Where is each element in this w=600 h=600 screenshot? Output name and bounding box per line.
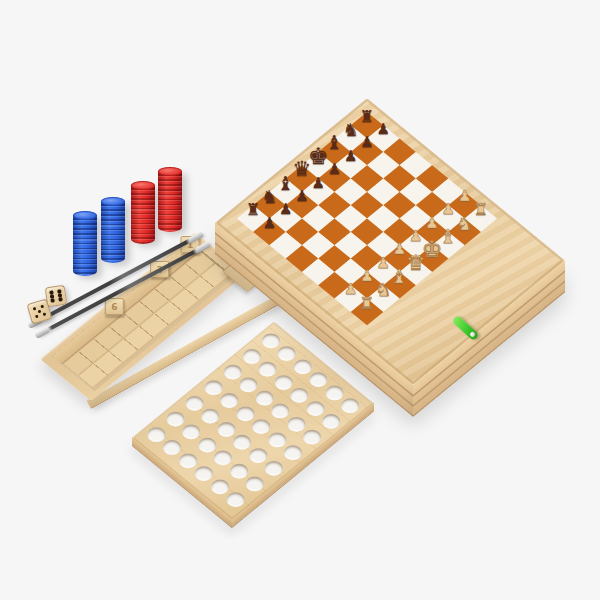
checker-stack-discs xyxy=(101,201,125,263)
connect4-hole[interactable] xyxy=(261,458,286,479)
connect4-hole[interactable] xyxy=(318,411,343,432)
connect4-hole[interactable] xyxy=(280,442,305,463)
checker-disc-top xyxy=(101,197,125,206)
connect4-hole[interactable] xyxy=(337,395,362,416)
checker-stack-discs xyxy=(131,185,155,244)
number-tile-6[interactable]: 6 xyxy=(105,298,124,315)
checker-stack-discs xyxy=(73,215,97,276)
die-pip xyxy=(43,312,47,316)
checker-disc-top xyxy=(131,181,155,190)
connect4-hole[interactable] xyxy=(299,427,324,448)
connect4-hole[interactable] xyxy=(223,489,248,510)
die-2[interactable] xyxy=(45,285,68,308)
checker-stack-discs xyxy=(158,171,182,232)
checker-disc-top xyxy=(158,167,182,176)
connect4-hole[interactable] xyxy=(242,474,267,495)
die-pip xyxy=(59,298,63,302)
checker-disc-top xyxy=(73,211,97,220)
game-set-scene: 136 ♜♟♟♜♞♟♟♞♝♟♟♝♚♟♟♚♛♟♟♛♝♟♟♝♞♟♟♞♜♟♟♜ xyxy=(0,0,600,600)
